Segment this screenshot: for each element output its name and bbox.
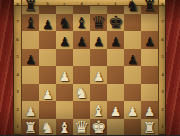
rank-label-6-right: 6	[158, 37, 167, 42]
square-a4[interactable]	[22, 66, 39, 84]
black-pawn-a5[interactable]: ♟	[22, 49, 39, 67]
rank-label-2-left: 2	[13, 107, 22, 112]
square-e5[interactable]	[90, 49, 107, 67]
rank-label-5-right: 5	[158, 54, 167, 59]
square-f1[interactable]	[107, 119, 124, 136]
square-e3[interactable]	[90, 84, 107, 102]
black-pawn-h6[interactable]: ♟	[141, 31, 158, 49]
square-b5[interactable]	[39, 49, 56, 67]
black-pawn-g5[interactable]: ♟	[124, 49, 141, 67]
white-pawn-g2[interactable]: ♟	[124, 101, 141, 119]
white-pawn-a2[interactable]: ♟	[22, 101, 39, 119]
square-c5[interactable]	[56, 49, 73, 67]
black-pawn-c6[interactable]: ♟	[56, 31, 73, 49]
square-d2[interactable]	[73, 101, 90, 119]
square-a6[interactable]	[22, 31, 39, 49]
rank-label-4-right: 4	[158, 72, 167, 77]
square-a3[interactable]	[22, 84, 39, 102]
square-c3[interactable]	[56, 84, 73, 102]
rank-label-7-right: 7	[158, 19, 167, 24]
square-d4[interactable]	[73, 66, 90, 84]
white-knight-d3[interactable]: ♞	[73, 84, 90, 102]
white-pawn-b3[interactable]: ♟	[39, 84, 56, 102]
black-bishop-a7[interactable]: ♝	[22, 14, 39, 32]
square-g7[interactable]	[124, 14, 141, 32]
file-label-d-top: d	[73, 1, 90, 6]
chess-board: ♜♞♜♝♟♞♝♛♚♟♟♟♟♟♟♟♟♟♟♞♟♝♟♟♟♜♞♝♛♚♜	[22, 0, 158, 135]
white-pawn-e4[interactable]: ♟	[90, 66, 107, 84]
white-rook-a1[interactable]: ♜	[22, 119, 39, 136]
square-f4[interactable]	[107, 66, 124, 84]
file-label-e-top: e	[90, 1, 107, 6]
rank-label-2-right: 2	[158, 107, 167, 112]
rank-label-7-left: 7	[13, 19, 22, 24]
white-queen-d1[interactable]: ♛	[73, 119, 90, 136]
rank-label-1-right: 1	[158, 124, 167, 129]
black-king-f7[interactable]: ♚	[107, 14, 124, 32]
white-bishop-e2[interactable]: ♝	[90, 101, 107, 119]
black-bishop-d7[interactable]: ♝	[73, 14, 90, 32]
square-b6[interactable]	[39, 31, 56, 49]
chess-game-screenshot: ♜♞♜♝♟♞♝♛♚♟♟♟♟♟♟♟♟♟♟♞♟♝♟♟♟♜♞♝♛♚♜ abcdefgh…	[0, 0, 180, 135]
white-knight-b1[interactable]: ♞	[39, 119, 56, 136]
square-d5[interactable]	[73, 49, 90, 67]
square-b4[interactable]	[39, 66, 56, 84]
square-f3[interactable]	[107, 84, 124, 102]
square-h4[interactable]	[141, 66, 158, 84]
black-knight-g8[interactable]: ♞	[124, 0, 141, 14]
square-h7[interactable]	[141, 14, 158, 32]
rank-label-4-left: 4	[13, 72, 22, 77]
file-label-c-top: c	[56, 1, 73, 6]
black-rook-a8[interactable]: ♜	[22, 0, 39, 14]
black-pawn-e6[interactable]: ♟	[90, 31, 107, 49]
rank-label-8-left: 8	[13, 2, 22, 7]
white-king-e1[interactable]: ♚	[90, 119, 107, 136]
square-g3[interactable]	[124, 84, 141, 102]
square-h3[interactable]	[141, 84, 158, 102]
square-b2[interactable]	[39, 101, 56, 119]
square-g4[interactable]	[124, 66, 141, 84]
file-label-f-top: f	[107, 1, 124, 6]
square-f5[interactable]	[107, 49, 124, 67]
file-label-b-top: b	[39, 1, 56, 6]
square-g1[interactable]	[124, 119, 141, 136]
rank-label-8-right: 8	[158, 2, 167, 7]
black-pawn-f6[interactable]: ♟	[107, 31, 124, 49]
black-pawn-d6[interactable]: ♟	[73, 31, 90, 49]
white-pawn-c4[interactable]: ♟	[56, 66, 73, 84]
square-h5[interactable]	[141, 49, 158, 67]
black-rook-h8[interactable]: ♜	[141, 0, 158, 14]
rank-label-3-right: 3	[158, 89, 167, 94]
black-knight-c7[interactable]: ♞	[56, 14, 73, 32]
rank-label-6-left: 6	[13, 37, 22, 42]
square-c2[interactable]	[56, 101, 73, 119]
rank-label-3-left: 3	[13, 89, 22, 94]
black-queen-e7[interactable]: ♛	[90, 14, 107, 32]
white-pawn-f2[interactable]: ♟	[107, 101, 124, 119]
white-rook-h1[interactable]: ♜	[141, 119, 158, 136]
rank-label-5-left: 5	[13, 54, 22, 59]
white-pawn-h2[interactable]: ♟	[141, 101, 158, 119]
black-pawn-b7[interactable]: ♟	[39, 14, 56, 32]
white-bishop-c1[interactable]: ♝	[56, 119, 73, 136]
rank-label-1-left: 1	[13, 124, 22, 129]
square-g6[interactable]	[124, 31, 141, 49]
